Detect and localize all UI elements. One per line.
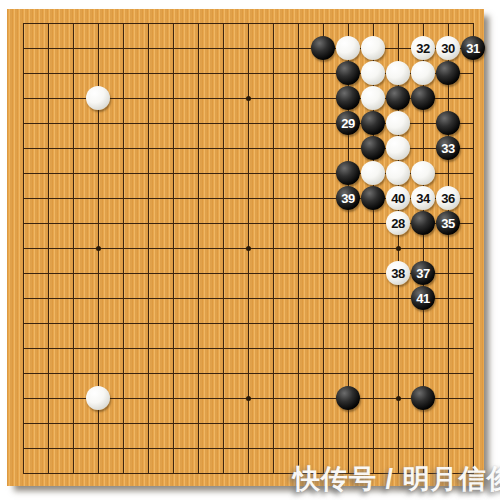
stone-white (411, 161, 435, 185)
stone-white (336, 36, 360, 60)
move-number-label: 40 (391, 192, 404, 205)
move-number-label: 29 (341, 117, 354, 130)
stone-white (86, 86, 110, 110)
move-number-label: 31 (466, 42, 479, 55)
stone-white-move-32: 32 (411, 36, 435, 60)
stone-black-move-29: 29 (336, 111, 360, 135)
stone-white-move-40: 40 (386, 186, 410, 210)
stone-black (386, 86, 410, 110)
stone-black-move-39: 39 (336, 186, 360, 210)
stone-white-move-28: 28 (386, 211, 410, 235)
stone-black (411, 211, 435, 235)
move-number-label: 30 (441, 42, 454, 55)
stone-white (86, 386, 110, 410)
stone-black-move-33: 33 (436, 136, 460, 160)
move-number-label: 36 (441, 192, 454, 205)
stone-black (311, 36, 335, 60)
stone-black (436, 61, 460, 85)
stone-black (411, 386, 435, 410)
stone-black (361, 111, 385, 135)
stone-white-move-36: 36 (436, 186, 460, 210)
move-number-label: 34 (416, 192, 429, 205)
move-number-label: 33 (441, 142, 454, 155)
stone-white (361, 161, 385, 185)
stone-white (386, 161, 410, 185)
move-number-label: 38 (391, 267, 404, 280)
stone-black-move-31: 31 (461, 36, 485, 60)
stone-white-move-30: 30 (436, 36, 460, 60)
move-number-label: 37 (416, 267, 429, 280)
stone-black (336, 386, 360, 410)
stone-white (411, 61, 435, 85)
stone-white-move-38: 38 (386, 261, 410, 285)
stone-black (361, 186, 385, 210)
stone-black-move-35: 35 (436, 211, 460, 235)
stone-black (436, 111, 460, 135)
move-number-label: 35 (441, 217, 454, 230)
stone-black (336, 161, 360, 185)
stone-white (386, 111, 410, 135)
move-number-label: 32 (416, 42, 429, 55)
move-number-label: 28 (391, 217, 404, 230)
move-number-label: 41 (416, 292, 429, 305)
stone-black (336, 86, 360, 110)
stones-layer: 3230312933394034362835383741 (11, 11, 486, 486)
stone-black (411, 86, 435, 110)
stone-black-move-41: 41 (411, 286, 435, 310)
stone-white (386, 61, 410, 85)
stone-black-move-37: 37 (411, 261, 435, 285)
stone-white (361, 61, 385, 85)
stone-black (336, 61, 360, 85)
move-number-label: 39 (341, 192, 354, 205)
stone-white (361, 36, 385, 60)
watermark-text: 快传号 / 明月信俊 (293, 461, 500, 497)
stone-black (361, 136, 385, 160)
go-diagram: 3230312933394034362835383741 快传号 / 明月信俊 (0, 0, 500, 500)
stone-white-move-34: 34 (411, 186, 435, 210)
stone-white (386, 136, 410, 160)
stone-white (361, 86, 385, 110)
